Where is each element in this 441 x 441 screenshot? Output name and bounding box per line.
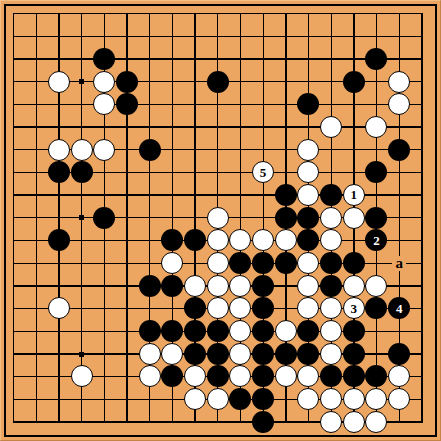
intersection <box>388 184 411 207</box>
black-stone <box>207 343 229 365</box>
black-stone <box>161 275 183 297</box>
intersection <box>48 388 71 411</box>
intersection <box>25 116 48 139</box>
intersection <box>342 116 365 139</box>
intersection <box>320 388 343 411</box>
black-stone <box>139 320 161 342</box>
intersection <box>93 184 116 207</box>
intersection <box>25 388 48 411</box>
intersection <box>297 297 320 320</box>
intersection <box>2 274 25 297</box>
black-stone <box>297 229 319 251</box>
intersection <box>388 2 411 25</box>
intersection <box>25 161 48 184</box>
intersection <box>70 342 93 365</box>
intersection <box>161 25 184 48</box>
intersection <box>274 297 297 320</box>
intersection <box>342 274 365 297</box>
intersection <box>229 365 252 388</box>
intersection <box>93 229 116 252</box>
intersection <box>206 229 229 252</box>
stones-layer: 512a34 <box>2 2 433 433</box>
intersection <box>25 229 48 252</box>
intersection <box>229 320 252 343</box>
intersection <box>184 388 207 411</box>
intersection <box>70 25 93 48</box>
intersection <box>138 93 161 116</box>
intersection <box>116 320 139 343</box>
intersection <box>2 48 25 71</box>
intersection <box>274 411 297 434</box>
intersection <box>2 206 25 229</box>
intersection <box>93 365 116 388</box>
intersection <box>116 138 139 161</box>
white-stone <box>207 275 229 297</box>
intersection <box>411 138 434 161</box>
intersection <box>184 297 207 320</box>
intersection <box>116 48 139 71</box>
intersection: 2 <box>365 229 388 252</box>
white-stone <box>48 139 70 161</box>
intersection <box>252 252 275 275</box>
intersection <box>184 48 207 71</box>
black-stone <box>297 343 319 365</box>
intersection <box>229 2 252 25</box>
intersection <box>70 116 93 139</box>
intersection <box>320 48 343 71</box>
intersection <box>229 388 252 411</box>
black-stone <box>93 207 115 229</box>
intersection <box>184 252 207 275</box>
white-stone <box>184 365 206 387</box>
white-stone <box>229 320 251 342</box>
intersection <box>48 342 71 365</box>
black-stone <box>320 184 342 206</box>
intersection <box>161 93 184 116</box>
intersection <box>252 93 275 116</box>
intersection <box>274 342 297 365</box>
intersection: 5 <box>252 161 275 184</box>
intersection <box>320 252 343 275</box>
intersection <box>2 342 25 365</box>
intersection <box>2 25 25 48</box>
intersection <box>297 320 320 343</box>
intersection <box>411 25 434 48</box>
black-stone <box>252 388 274 410</box>
intersection <box>365 116 388 139</box>
white-stone <box>184 388 206 410</box>
intersection <box>2 93 25 116</box>
intersection <box>116 365 139 388</box>
intersection: a <box>388 252 411 275</box>
intersection <box>25 206 48 229</box>
intersection <box>320 184 343 207</box>
intersection <box>138 70 161 93</box>
intersection <box>2 365 25 388</box>
intersection <box>365 365 388 388</box>
intersection <box>229 116 252 139</box>
intersection <box>297 229 320 252</box>
black-stone <box>365 207 387 229</box>
intersection <box>411 161 434 184</box>
intersection <box>2 411 25 434</box>
white-stone <box>320 388 342 410</box>
intersection <box>411 365 434 388</box>
black-stone <box>275 252 297 274</box>
white-stone <box>343 411 365 433</box>
intersection <box>161 116 184 139</box>
intersection <box>274 274 297 297</box>
black-stone <box>252 297 274 319</box>
intersection <box>138 365 161 388</box>
intersection <box>206 342 229 365</box>
intersection <box>274 388 297 411</box>
intersection <box>297 411 320 434</box>
intersection <box>297 365 320 388</box>
black-stone <box>297 93 319 115</box>
white-stone <box>139 365 161 387</box>
intersection <box>274 70 297 93</box>
intersection <box>48 229 71 252</box>
intersection <box>388 93 411 116</box>
intersection <box>342 161 365 184</box>
move-number-label: 5 <box>260 165 267 178</box>
intersection <box>411 274 434 297</box>
black-stone <box>161 365 183 387</box>
intersection <box>184 342 207 365</box>
black-stone <box>93 48 115 70</box>
intersection <box>93 138 116 161</box>
intersection <box>388 116 411 139</box>
black-stone <box>48 229 70 251</box>
intersection <box>138 116 161 139</box>
intersection <box>48 365 71 388</box>
intersection <box>365 320 388 343</box>
go-board: 512a34 <box>0 0 441 441</box>
black-stone <box>184 320 206 342</box>
intersection <box>274 25 297 48</box>
intersection <box>161 365 184 388</box>
intersection <box>388 388 411 411</box>
intersection <box>161 161 184 184</box>
black-stone <box>343 320 365 342</box>
black-stone <box>207 365 229 387</box>
black-stone <box>275 184 297 206</box>
black-stone <box>365 161 387 183</box>
intersection <box>365 297 388 320</box>
intersection <box>274 320 297 343</box>
intersection <box>411 184 434 207</box>
intersection <box>342 2 365 25</box>
intersection <box>48 138 71 161</box>
intersection <box>184 116 207 139</box>
intersection <box>116 184 139 207</box>
intersection <box>297 342 320 365</box>
intersection <box>161 252 184 275</box>
black-stone <box>252 320 274 342</box>
intersection <box>116 116 139 139</box>
intersection <box>252 116 275 139</box>
black-stone <box>139 275 161 297</box>
intersection <box>70 320 93 343</box>
intersection <box>274 206 297 229</box>
intersection <box>2 320 25 343</box>
intersection <box>206 320 229 343</box>
intersection <box>252 342 275 365</box>
intersection <box>388 206 411 229</box>
intersection <box>138 229 161 252</box>
black-stone <box>116 93 138 115</box>
intersection <box>93 70 116 93</box>
intersection <box>161 138 184 161</box>
intersection <box>93 93 116 116</box>
white-stone <box>297 365 319 387</box>
intersection <box>297 138 320 161</box>
intersection <box>184 2 207 25</box>
white-stone <box>229 343 251 365</box>
intersection <box>388 48 411 71</box>
intersection <box>93 320 116 343</box>
intersection <box>206 116 229 139</box>
intersection <box>320 93 343 116</box>
intersection <box>48 25 71 48</box>
intersection <box>365 411 388 434</box>
black-stone <box>252 411 274 433</box>
black-stone <box>207 71 229 93</box>
intersection <box>138 320 161 343</box>
intersection <box>93 297 116 320</box>
intersection <box>48 93 71 116</box>
intersection <box>297 206 320 229</box>
intersection <box>388 70 411 93</box>
white-stone <box>93 71 115 93</box>
intersection: 4 <box>388 297 411 320</box>
intersection <box>206 411 229 434</box>
intersection <box>138 411 161 434</box>
intersection <box>411 206 434 229</box>
intersection <box>25 411 48 434</box>
intersection <box>48 161 71 184</box>
black-stone <box>275 207 297 229</box>
intersection <box>365 342 388 365</box>
intersection <box>229 161 252 184</box>
intersection <box>320 116 343 139</box>
white-stone <box>229 365 251 387</box>
intersection <box>342 206 365 229</box>
intersection <box>342 252 365 275</box>
black-stone <box>343 365 365 387</box>
intersection <box>388 365 411 388</box>
intersection <box>274 93 297 116</box>
intersection <box>184 320 207 343</box>
intersection <box>320 2 343 25</box>
intersection <box>2 161 25 184</box>
intersection: 3 <box>342 297 365 320</box>
intersection <box>2 70 25 93</box>
black-stone <box>343 71 365 93</box>
intersection <box>161 229 184 252</box>
intersection <box>70 70 93 93</box>
white-stone <box>48 71 70 93</box>
move-number-label: 4 <box>396 301 403 314</box>
intersection <box>274 184 297 207</box>
white-stone <box>229 275 251 297</box>
intersection <box>184 365 207 388</box>
black-stone <box>207 320 229 342</box>
intersection <box>138 161 161 184</box>
intersection <box>411 116 434 139</box>
intersection <box>297 274 320 297</box>
black-stone <box>48 161 70 183</box>
intersection <box>252 70 275 93</box>
intersection <box>388 411 411 434</box>
black-stone <box>184 343 206 365</box>
intersection <box>93 25 116 48</box>
intersection <box>206 2 229 25</box>
black-stone <box>365 365 387 387</box>
intersection <box>184 411 207 434</box>
intersection <box>93 274 116 297</box>
black-stone <box>388 343 410 365</box>
move-number-label: 3 <box>351 301 358 314</box>
intersection <box>184 184 207 207</box>
intersection <box>320 161 343 184</box>
intersection <box>252 320 275 343</box>
black-stone <box>161 229 183 251</box>
intersection <box>70 138 93 161</box>
intersection <box>48 48 71 71</box>
intersection <box>274 138 297 161</box>
white-stone <box>275 365 297 387</box>
intersection <box>93 252 116 275</box>
intersection <box>93 342 116 365</box>
white-stone <box>48 297 70 319</box>
intersection <box>342 411 365 434</box>
intersection <box>161 342 184 365</box>
white-stone <box>207 297 229 319</box>
intersection <box>25 252 48 275</box>
intersection <box>411 48 434 71</box>
black-stone <box>252 343 274 365</box>
intersection <box>365 252 388 275</box>
intersection <box>274 48 297 71</box>
intersection <box>206 252 229 275</box>
intersection <box>116 70 139 93</box>
intersection <box>70 229 93 252</box>
move-5-white-stone: 5 <box>252 161 274 183</box>
intersection <box>116 2 139 25</box>
intersection <box>411 70 434 93</box>
intersection <box>206 297 229 320</box>
intersection <box>161 2 184 25</box>
intersection <box>25 320 48 343</box>
intersection <box>93 206 116 229</box>
black-stone <box>252 252 274 274</box>
intersection <box>252 365 275 388</box>
black-stone <box>184 297 206 319</box>
intersection <box>138 138 161 161</box>
intersection <box>93 116 116 139</box>
intersection <box>206 184 229 207</box>
white-stone <box>207 252 229 274</box>
move-3-white-stone: 3 <box>343 297 365 319</box>
white-stone <box>297 275 319 297</box>
intersection <box>252 297 275 320</box>
intersection <box>138 342 161 365</box>
intersection <box>411 93 434 116</box>
black-stone <box>320 252 342 274</box>
move-4-black-stone: 4 <box>388 297 410 319</box>
intersection <box>2 252 25 275</box>
intersection <box>411 297 434 320</box>
intersection <box>184 93 207 116</box>
white-stone <box>320 207 342 229</box>
move-number-label: 2 <box>373 233 380 246</box>
intersection <box>48 206 71 229</box>
intersection <box>320 320 343 343</box>
intersection <box>388 138 411 161</box>
intersection <box>274 252 297 275</box>
intersection <box>320 25 343 48</box>
intersection <box>25 184 48 207</box>
intersection <box>70 161 93 184</box>
intersection <box>342 365 365 388</box>
intersection <box>25 25 48 48</box>
black-stone <box>275 343 297 365</box>
white-stone <box>388 365 410 387</box>
intersection <box>342 388 365 411</box>
intersection <box>48 116 71 139</box>
intersection <box>116 274 139 297</box>
intersection <box>320 229 343 252</box>
intersection <box>116 342 139 365</box>
intersection <box>206 93 229 116</box>
intersection <box>252 2 275 25</box>
intersection <box>93 388 116 411</box>
intersection <box>229 206 252 229</box>
intersection <box>365 274 388 297</box>
intersection <box>342 25 365 48</box>
intersection <box>297 161 320 184</box>
intersection <box>320 274 343 297</box>
intersection <box>297 184 320 207</box>
white-stone <box>320 297 342 319</box>
black-stone <box>320 275 342 297</box>
black-stone <box>252 365 274 387</box>
white-stone <box>320 116 342 138</box>
white-stone <box>320 320 342 342</box>
intersection <box>161 411 184 434</box>
intersection <box>388 274 411 297</box>
black-stone <box>388 139 410 161</box>
intersection <box>320 365 343 388</box>
intersection <box>252 138 275 161</box>
intersection <box>229 25 252 48</box>
intersection <box>252 48 275 71</box>
intersection: 1 <box>342 184 365 207</box>
intersection <box>2 184 25 207</box>
intersection <box>229 342 252 365</box>
white-stone <box>343 275 365 297</box>
intersection <box>116 229 139 252</box>
white-stone <box>252 229 274 251</box>
intersection <box>48 411 71 434</box>
white-stone <box>297 161 319 183</box>
intersection <box>320 342 343 365</box>
intersection <box>48 320 71 343</box>
intersection <box>25 342 48 365</box>
intersection <box>138 297 161 320</box>
